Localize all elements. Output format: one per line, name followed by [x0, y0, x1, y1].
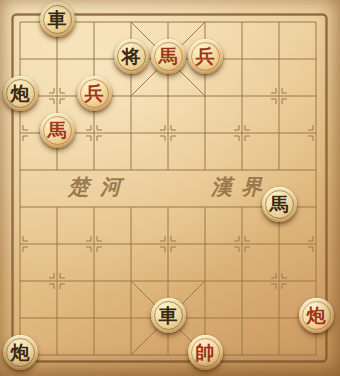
piece-character: 兵 — [85, 83, 104, 102]
piece-black-cannon-a[interactable]: 炮 — [3, 76, 38, 111]
piece-character: 馬 — [270, 194, 289, 213]
piece-character: 馬 — [159, 46, 178, 65]
piece-black-horse[interactable]: 馬 — [262, 187, 297, 222]
piece-character: 将 — [122, 46, 141, 65]
piece-black-chariot-b[interactable]: 車 — [151, 298, 186, 333]
piece-red-cannon[interactable]: 炮 — [299, 298, 334, 333]
piece-red-soldier-a[interactable]: 兵 — [188, 39, 223, 74]
piece-red-horse-a[interactable]: 馬 — [151, 39, 186, 74]
piece-character: 兵 — [196, 46, 215, 65]
piece-character: 炮 — [11, 83, 30, 102]
piece-red-general[interactable]: 帥 — [188, 335, 223, 370]
piece-character: 車 — [48, 9, 67, 28]
piece-character: 炮 — [11, 342, 30, 361]
xiangqi-board: 楚河 漢界 車将馬兵炮兵馬馬車炮帥炮 — [0, 0, 340, 376]
river-label-left: 楚河 — [67, 174, 132, 199]
piece-red-horse-b[interactable]: 馬 — [40, 113, 75, 148]
piece-character: 馬 — [48, 120, 67, 139]
piece-black-general[interactable]: 将 — [114, 39, 149, 74]
piece-character: 炮 — [307, 305, 326, 324]
piece-character: 車 — [159, 305, 178, 324]
piece-character: 帥 — [196, 342, 215, 361]
piece-black-cannon-b[interactable]: 炮 — [3, 335, 38, 370]
river-label-right: 漢界 — [210, 174, 271, 199]
piece-red-soldier-b[interactable]: 兵 — [77, 76, 112, 111]
piece-black-chariot-a[interactable]: 車 — [40, 2, 75, 37]
